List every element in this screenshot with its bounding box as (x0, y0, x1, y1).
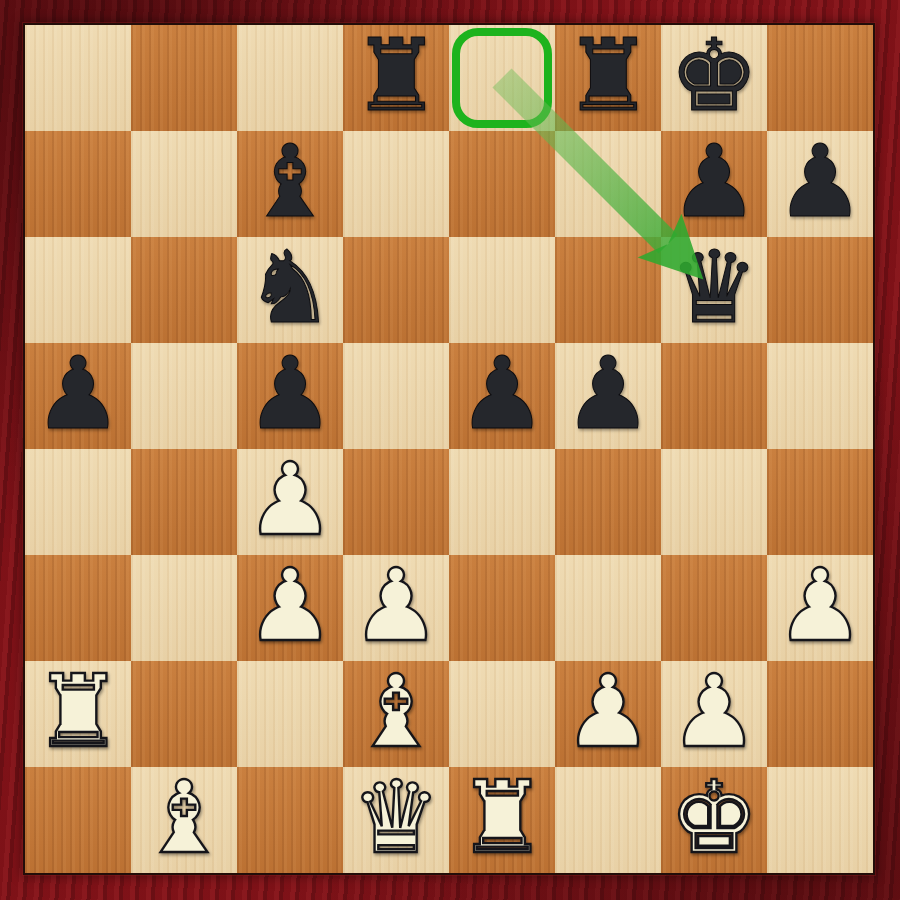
square-b3[interactable] (131, 555, 237, 661)
square-h5[interactable] (767, 343, 873, 449)
square-h1[interactable] (767, 767, 873, 873)
square-c7[interactable]: ♝ (237, 131, 343, 237)
piece-white-bishop-d2[interactable]: ♝ (351, 662, 441, 762)
square-c8[interactable] (237, 25, 343, 131)
square-h7[interactable]: ♟ (767, 131, 873, 237)
square-h8[interactable] (767, 25, 873, 131)
piece-white-pawn-f2[interactable]: ♟ (563, 662, 653, 762)
square-f7[interactable] (555, 131, 661, 237)
square-f1[interactable] (555, 767, 661, 873)
square-g3[interactable] (661, 555, 767, 661)
square-b7[interactable] (131, 131, 237, 237)
square-d4[interactable] (343, 449, 449, 555)
piece-black-king-g8[interactable]: ♚ (669, 26, 759, 126)
piece-black-pawn-g7[interactable]: ♟ (669, 132, 759, 232)
square-f3[interactable] (555, 555, 661, 661)
square-b1[interactable]: ♝ (131, 767, 237, 873)
piece-white-queen-d1[interactable]: ♛ (351, 768, 441, 868)
square-a8[interactable] (25, 25, 131, 131)
square-a4[interactable] (25, 449, 131, 555)
square-e1[interactable]: ♜ (449, 767, 555, 873)
square-a6[interactable] (25, 237, 131, 343)
piece-white-rook-a2[interactable]: ♜ (33, 662, 123, 762)
square-g4[interactable] (661, 449, 767, 555)
square-d2[interactable]: ♝ (343, 661, 449, 767)
square-d3[interactable]: ♟ (343, 555, 449, 661)
square-a3[interactable] (25, 555, 131, 661)
piece-black-bishop-c7[interactable]: ♝ (245, 132, 335, 232)
square-b6[interactable] (131, 237, 237, 343)
square-f5[interactable]: ♟ (555, 343, 661, 449)
piece-black-rook-d8[interactable]: ♜ (351, 26, 441, 126)
square-d6[interactable] (343, 237, 449, 343)
square-e3[interactable] (449, 555, 555, 661)
square-e5[interactable]: ♟ (449, 343, 555, 449)
square-b4[interactable] (131, 449, 237, 555)
chess-board: ♜♜♚♝♟♟♞♛♟♟♟♟♟♟♟♟♜♝♟♟♝♛♜♚ (25, 25, 873, 873)
square-d5[interactable] (343, 343, 449, 449)
square-a2[interactable]: ♜ (25, 661, 131, 767)
piece-black-knight-c6[interactable]: ♞ (245, 238, 335, 338)
square-h3[interactable]: ♟ (767, 555, 873, 661)
square-g5[interactable] (661, 343, 767, 449)
piece-white-pawn-c3[interactable]: ♟ (245, 556, 335, 656)
square-b2[interactable] (131, 661, 237, 767)
square-f4[interactable] (555, 449, 661, 555)
square-c1[interactable] (237, 767, 343, 873)
square-e4[interactable] (449, 449, 555, 555)
square-g6[interactable]: ♛ (661, 237, 767, 343)
square-c3[interactable]: ♟ (237, 555, 343, 661)
square-a7[interactable] (25, 131, 131, 237)
square-g8[interactable]: ♚ (661, 25, 767, 131)
square-a1[interactable] (25, 767, 131, 873)
square-b5[interactable] (131, 343, 237, 449)
piece-black-queen-g6[interactable]: ♛ (669, 238, 759, 338)
square-f2[interactable]: ♟ (555, 661, 661, 767)
square-a5[interactable]: ♟ (25, 343, 131, 449)
square-e6[interactable] (449, 237, 555, 343)
piece-white-pawn-c4[interactable]: ♟ (245, 450, 335, 550)
square-h6[interactable] (767, 237, 873, 343)
piece-white-rook-e1[interactable]: ♜ (457, 768, 547, 868)
square-c5[interactable]: ♟ (237, 343, 343, 449)
square-h4[interactable] (767, 449, 873, 555)
square-g7[interactable]: ♟ (661, 131, 767, 237)
square-c2[interactable] (237, 661, 343, 767)
piece-black-rook-f8[interactable]: ♜ (563, 26, 653, 126)
square-e7[interactable] (449, 131, 555, 237)
square-c4[interactable]: ♟ (237, 449, 343, 555)
square-h2[interactable] (767, 661, 873, 767)
square-f6[interactable] (555, 237, 661, 343)
piece-white-king-g1[interactable]: ♚ (669, 768, 759, 868)
piece-black-pawn-f5[interactable]: ♟ (563, 344, 653, 444)
square-d8[interactable]: ♜ (343, 25, 449, 131)
chess-app-window: ♜♜♚♝♟♟♞♛♟♟♟♟♟♟♟♟♜♝♟♟♝♛♜♚ (0, 0, 900, 900)
piece-black-pawn-h7[interactable]: ♟ (775, 132, 865, 232)
piece-black-pawn-c5[interactable]: ♟ (245, 344, 335, 444)
piece-black-pawn-e5[interactable]: ♟ (457, 344, 547, 444)
square-d1[interactable]: ♛ (343, 767, 449, 873)
piece-black-pawn-a5[interactable]: ♟ (33, 344, 123, 444)
piece-white-bishop-b1[interactable]: ♝ (139, 768, 229, 868)
square-d7[interactable] (343, 131, 449, 237)
square-g2[interactable]: ♟ (661, 661, 767, 767)
square-f8[interactable]: ♜ (555, 25, 661, 131)
piece-white-pawn-h3[interactable]: ♟ (775, 556, 865, 656)
square-b8[interactable] (131, 25, 237, 131)
square-c6[interactable]: ♞ (237, 237, 343, 343)
piece-white-pawn-d3[interactable]: ♟ (351, 556, 441, 656)
square-e8[interactable] (449, 25, 555, 131)
piece-white-pawn-g2[interactable]: ♟ (669, 662, 759, 762)
square-e2[interactable] (449, 661, 555, 767)
square-g1[interactable]: ♚ (661, 767, 767, 873)
